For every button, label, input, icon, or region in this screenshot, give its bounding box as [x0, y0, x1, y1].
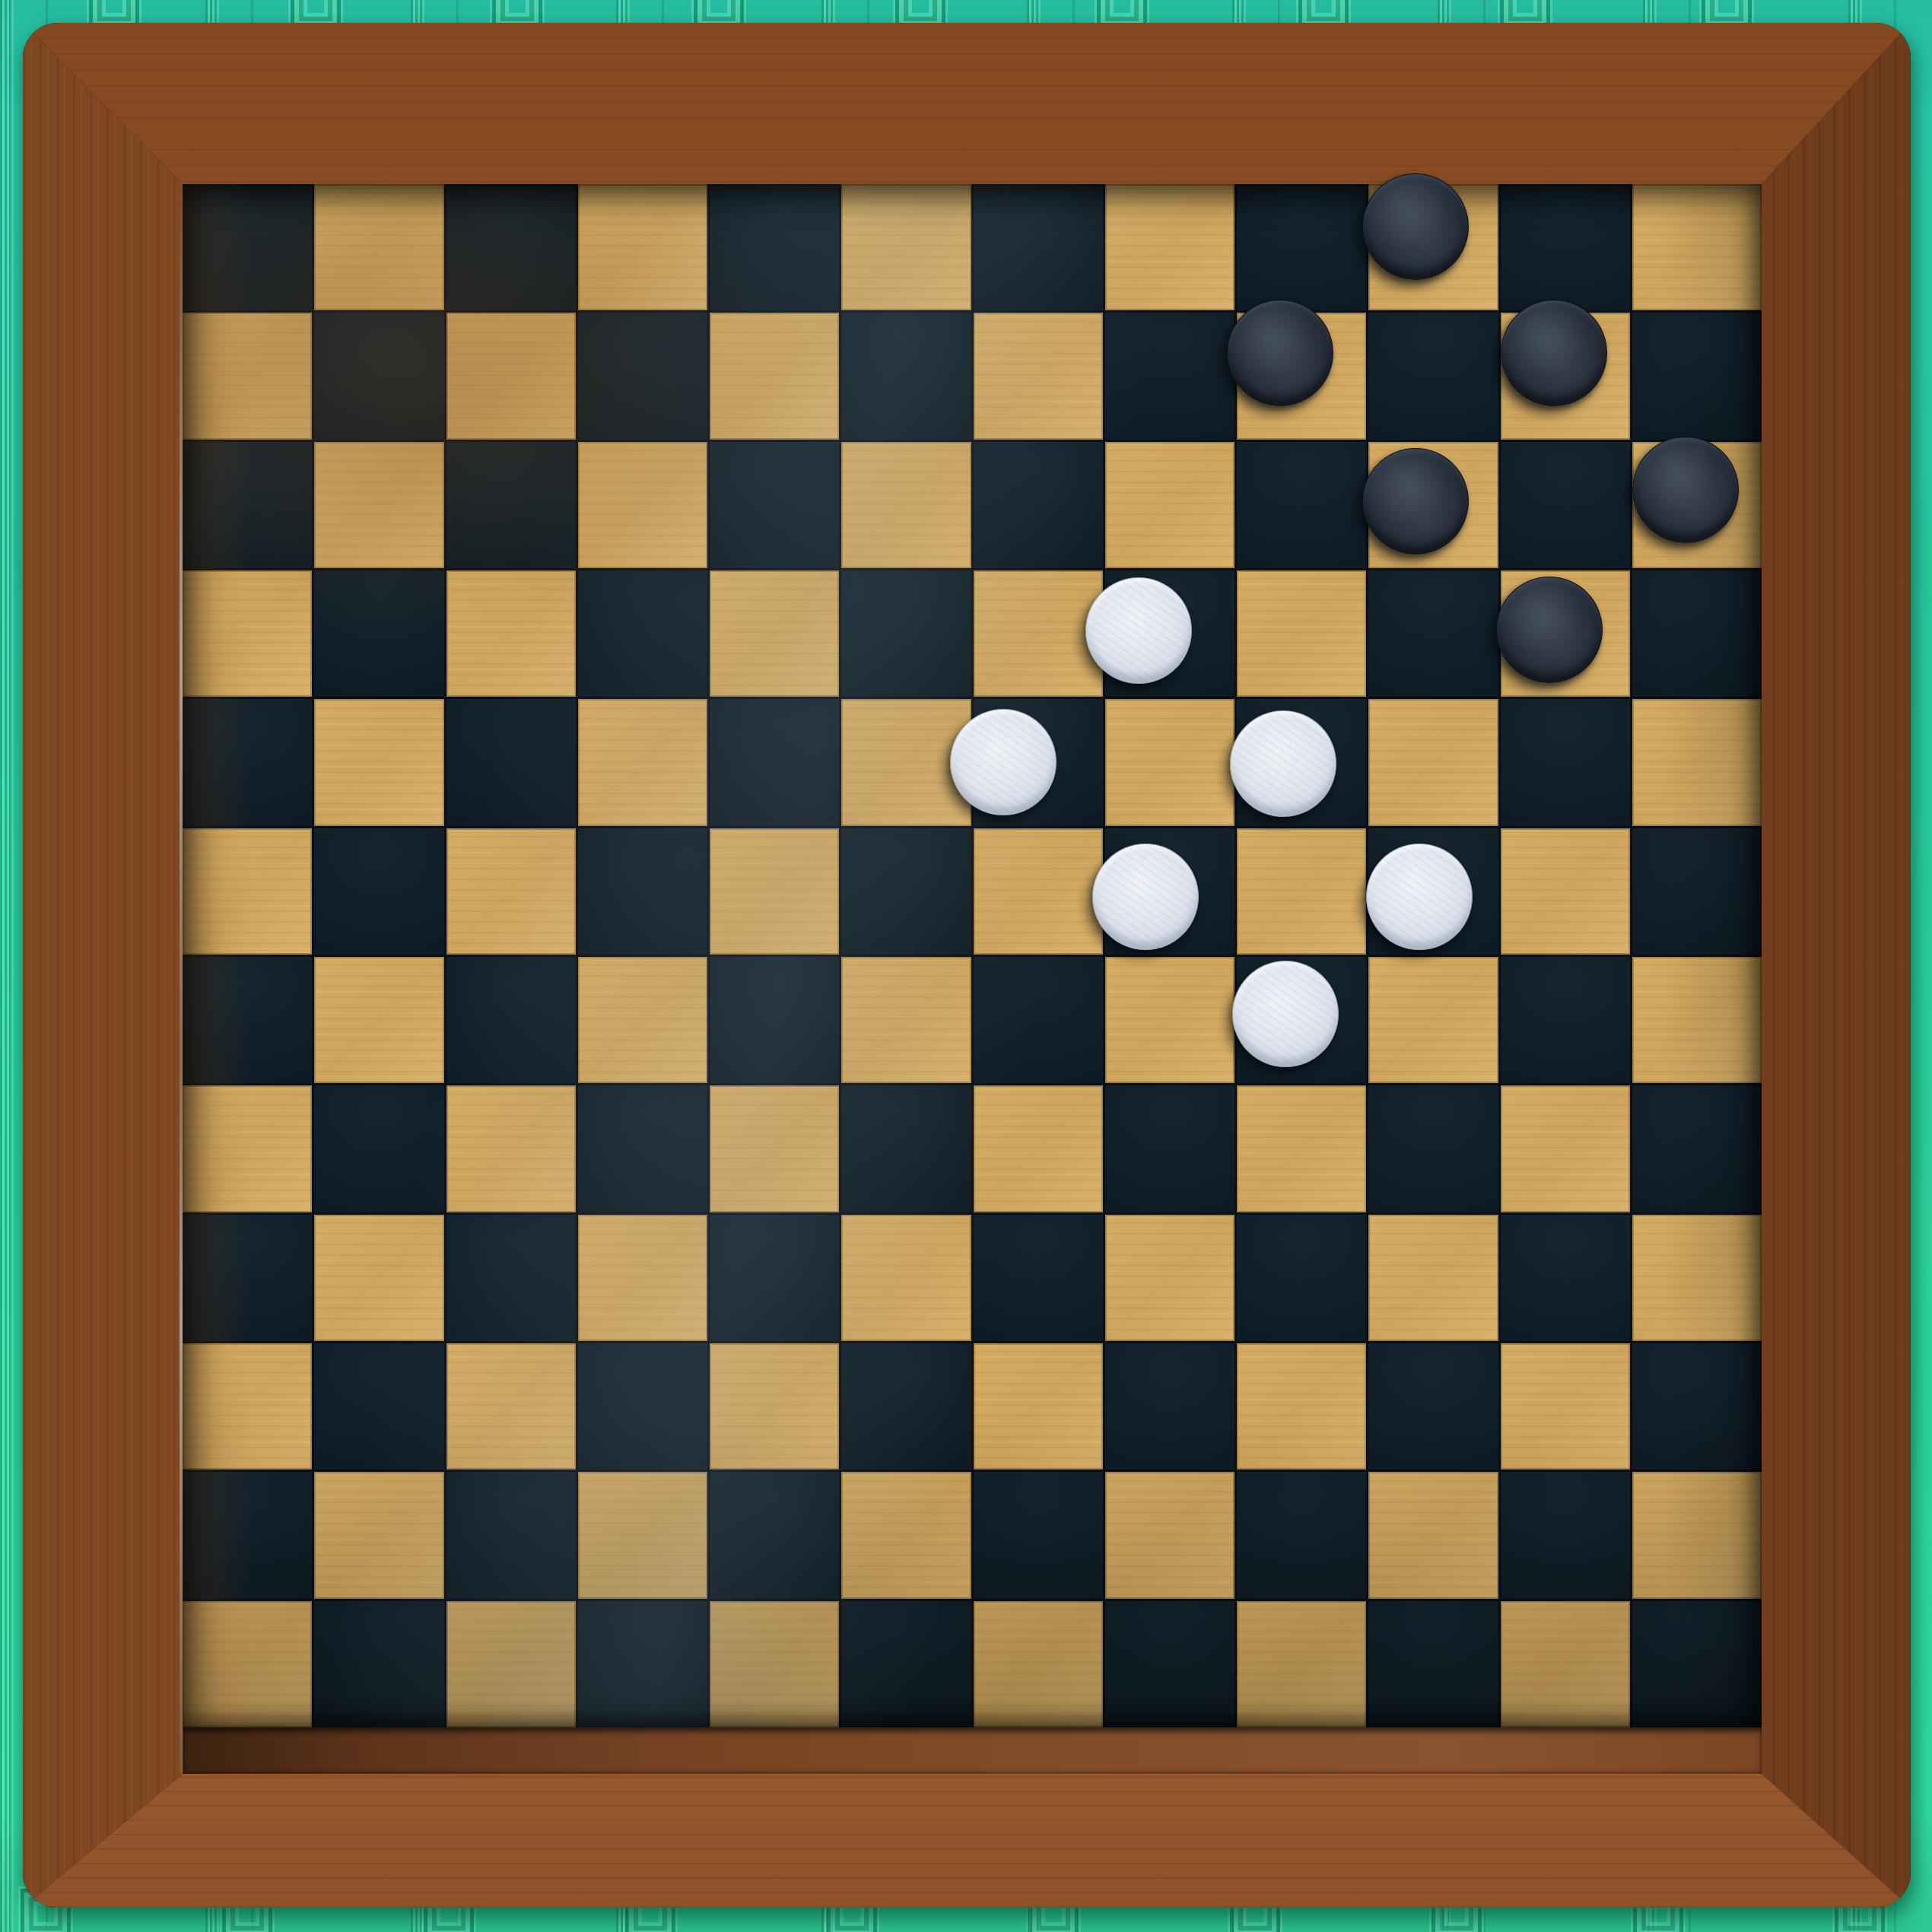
checker-white-r4c8[interactable] — [1085, 577, 1192, 684]
checker-white-r5c7[interactable] — [950, 709, 1057, 815]
checker-black-r2c9[interactable] — [1227, 300, 1333, 406]
checker-black-r2c11[interactable] — [1501, 300, 1607, 406]
checker-black-r1c10[interactable] — [1362, 173, 1469, 280]
checker-black-r3c10[interactable] — [1362, 448, 1469, 554]
board-bottom-margin — [183, 1727, 1762, 1774]
game-board — [183, 184, 1762, 1727]
checker-white-r6c10[interactable] — [1366, 844, 1473, 950]
checker-black-r3c12[interactable] — [1632, 437, 1739, 543]
checker-white-r5c9[interactable] — [1230, 710, 1336, 817]
checker-white-r6c8[interactable] — [1092, 844, 1199, 950]
wooden-tray-frame — [23, 23, 1911, 1908]
checker-white-r7c9[interactable] — [1232, 961, 1339, 1067]
checker-black-r4c11[interactable] — [1496, 577, 1603, 683]
pieces-layer — [183, 184, 1762, 1727]
scene — [0, 0, 1932, 1932]
